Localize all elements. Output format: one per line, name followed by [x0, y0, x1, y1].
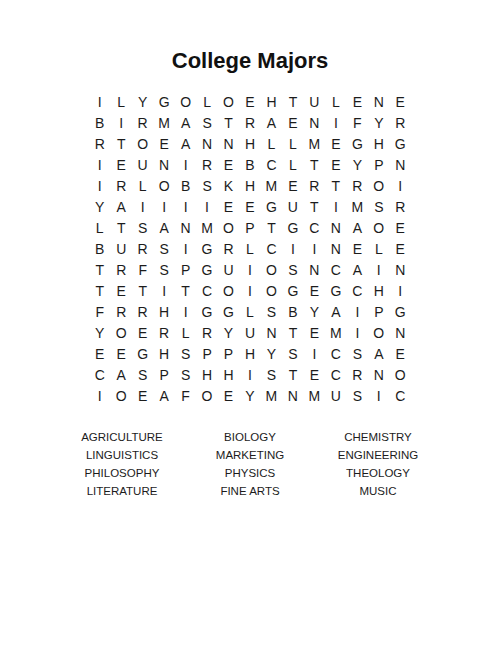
- grid-cell-r3c7[interactable]: N: [218, 134, 239, 155]
- page-title: College Majors: [0, 48, 500, 74]
- grid-cell-r6c9[interactable]: G: [261, 197, 282, 218]
- grid-cell-r12c3[interactable]: E: [132, 323, 153, 344]
- grid-cell-r7c7[interactable]: O: [218, 218, 239, 239]
- grid-cell-r9c14[interactable]: I: [368, 260, 389, 281]
- grid-cell-r5c10[interactable]: E: [282, 176, 303, 197]
- grid-cell-r5c6[interactable]: S: [196, 176, 217, 197]
- grid-cell-r13c8[interactable]: H: [239, 344, 260, 365]
- grid-cell-r11c9[interactable]: S: [261, 302, 282, 323]
- grid-cell-r4c11[interactable]: T: [304, 155, 325, 176]
- grid-cell-r4c14[interactable]: P: [368, 155, 389, 176]
- grid-cell-r1c8[interactable]: E: [239, 92, 260, 113]
- grid-cell-r14c12[interactable]: C: [325, 365, 346, 386]
- grid-cell-r1c14[interactable]: N: [368, 92, 389, 113]
- grid-cell-r10c9[interactable]: O: [261, 281, 282, 302]
- grid-cell-r13c3[interactable]: G: [132, 344, 153, 365]
- grid-cell-r10c6[interactable]: C: [196, 281, 217, 302]
- grid-cell-r13c13[interactable]: S: [347, 344, 368, 365]
- word-search-grid: ILYGOLOEHTULENEBIRMASTRAENIFYRRTOEANNHLL…: [89, 92, 411, 407]
- grid-cell-r5c13[interactable]: R: [347, 176, 368, 197]
- grid-cell-r4c5[interactable]: I: [175, 155, 196, 176]
- grid-cell-r15c10[interactable]: N: [282, 386, 303, 407]
- grid-cell-r3c3[interactable]: O: [132, 134, 153, 155]
- grid-cell-r8c8[interactable]: L: [239, 239, 260, 260]
- grid-cell-r9c12[interactable]: C: [325, 260, 346, 281]
- grid-cell-r12c13[interactable]: I: [347, 323, 368, 344]
- grid-cell-r2c12[interactable]: I: [325, 113, 346, 134]
- grid-cell-r7c13[interactable]: A: [347, 218, 368, 239]
- grid-cell-r11c5[interactable]: I: [175, 302, 196, 323]
- grid-cell-r6c14[interactable]: S: [368, 197, 389, 218]
- grid-cell-r10c14[interactable]: H: [368, 281, 389, 302]
- grid-cell-r12c2[interactable]: O: [110, 323, 131, 344]
- grid-cell-r7c3[interactable]: S: [132, 218, 153, 239]
- grid-cell-r5c1[interactable]: I: [89, 176, 110, 197]
- word-list-item: FINE ARTS: [186, 482, 314, 500]
- grid-cell-r6c5[interactable]: I: [175, 197, 196, 218]
- word-list-item: AGRICULTURE: [58, 428, 186, 446]
- grid-cell-r15c2[interactable]: O: [110, 386, 131, 407]
- grid-cell-r12c1[interactable]: Y: [89, 323, 110, 344]
- grid-cell-r10c13[interactable]: C: [347, 281, 368, 302]
- grid-cell-r11c10[interactable]: B: [282, 302, 303, 323]
- grid-cell-r1c3[interactable]: Y: [132, 92, 153, 113]
- grid-cell-r2c13[interactable]: F: [347, 113, 368, 134]
- grid-cell-r10c8[interactable]: I: [239, 281, 260, 302]
- grid-cell-r4c9[interactable]: C: [261, 155, 282, 176]
- grid-cell-r14c4[interactable]: P: [153, 365, 174, 386]
- grid-cell-r2c14[interactable]: Y: [368, 113, 389, 134]
- grid-cell-r9c9[interactable]: O: [261, 260, 282, 281]
- grid-cell-r12c7[interactable]: Y: [218, 323, 239, 344]
- grid-cell-r14c7[interactable]: H: [218, 365, 239, 386]
- grid-cell-r15c4[interactable]: A: [153, 386, 174, 407]
- grid-cell-r7c10[interactable]: G: [282, 218, 303, 239]
- grid-cell-r11c14[interactable]: P: [368, 302, 389, 323]
- grid-cell-r14c14[interactable]: N: [368, 365, 389, 386]
- grid-cell-r15c1[interactable]: I: [89, 386, 110, 407]
- grid-cell-r8c9[interactable]: C: [261, 239, 282, 260]
- grid-cell-r8c3[interactable]: R: [132, 239, 153, 260]
- grid-cell-r7c9[interactable]: T: [261, 218, 282, 239]
- grid-cell-r2c4[interactable]: M: [153, 113, 174, 134]
- grid-cell-r9c1[interactable]: T: [89, 260, 110, 281]
- grid-cell-r9c4[interactable]: S: [153, 260, 174, 281]
- grid-cell-r6c4[interactable]: I: [153, 197, 174, 218]
- grid-cell-r12c11[interactable]: E: [304, 323, 325, 344]
- grid-cell-r4c13[interactable]: Y: [347, 155, 368, 176]
- grid-cell-r13c4[interactable]: H: [153, 344, 174, 365]
- grid-cell-r2c7[interactable]: T: [218, 113, 239, 134]
- grid-cell-r8c4[interactable]: S: [153, 239, 174, 260]
- grid-cell-r14c11[interactable]: E: [304, 365, 325, 386]
- grid-cell-r8c7[interactable]: R: [218, 239, 239, 260]
- grid-cell-r8c14[interactable]: L: [368, 239, 389, 260]
- grid-cell-r9c8[interactable]: I: [239, 260, 260, 281]
- grid-cell-r7c11[interactable]: C: [304, 218, 325, 239]
- grid-cell-r2c5[interactable]: A: [175, 113, 196, 134]
- grid-cell-r2c11[interactable]: N: [304, 113, 325, 134]
- grid-cell-r9c7[interactable]: U: [218, 260, 239, 281]
- grid-cell-r2c8[interactable]: R: [239, 113, 260, 134]
- grid-cell-r2c10[interactable]: E: [282, 113, 303, 134]
- grid-cell-r10c5[interactable]: T: [175, 281, 196, 302]
- grid-cell-r8c2[interactable]: U: [110, 239, 131, 260]
- grid-cell-r13c6[interactable]: P: [196, 344, 217, 365]
- grid-cell-r4c2[interactable]: E: [110, 155, 131, 176]
- grid-cell-r8c11[interactable]: I: [304, 239, 325, 260]
- grid-cell-r6c7[interactable]: E: [218, 197, 239, 218]
- grid-cell-r9c13[interactable]: A: [347, 260, 368, 281]
- grid-cell-r13c2[interactable]: E: [110, 344, 131, 365]
- grid-cell-r13c11[interactable]: I: [304, 344, 325, 365]
- grid-cell-r3c14[interactable]: H: [368, 134, 389, 155]
- grid-cell-r12c8[interactable]: U: [239, 323, 260, 344]
- grid-cell-r7c8[interactable]: P: [239, 218, 260, 239]
- grid-cell-r6c13[interactable]: M: [347, 197, 368, 218]
- grid-cell-r1c4[interactable]: G: [153, 92, 174, 113]
- grid-cell-r13c14[interactable]: A: [368, 344, 389, 365]
- grid-cell-r3c12[interactable]: E: [325, 134, 346, 155]
- grid-cell-r4c15[interactable]: N: [390, 155, 411, 176]
- grid-cell-r3c13[interactable]: G: [347, 134, 368, 155]
- grid-cell-r1c9[interactable]: H: [261, 92, 282, 113]
- grid-cell-r15c6[interactable]: O: [196, 386, 217, 407]
- grid-cell-r4c12[interactable]: E: [325, 155, 346, 176]
- grid-cell-r9c3[interactable]: F: [132, 260, 153, 281]
- grid-cell-r15c12[interactable]: U: [325, 386, 346, 407]
- grid-cell-r13c5[interactable]: S: [175, 344, 196, 365]
- grid-cell-r6c8[interactable]: E: [239, 197, 260, 218]
- grid-cell-r8c6[interactable]: G: [196, 239, 217, 260]
- grid-cell-r12c12[interactable]: M: [325, 323, 346, 344]
- grid-cell-r11c1[interactable]: F: [89, 302, 110, 323]
- grid-cell-r2c2[interactable]: I: [110, 113, 131, 134]
- grid-cell-r3c1[interactable]: R: [89, 134, 110, 155]
- grid-cell-r14c2[interactable]: A: [110, 365, 131, 386]
- grid-cell-r8c12[interactable]: N: [325, 239, 346, 260]
- grid-cell-r12c5[interactable]: L: [175, 323, 196, 344]
- grid-cell-r6c1[interactable]: Y: [89, 197, 110, 218]
- grid-cell-r12c6[interactable]: R: [196, 323, 217, 344]
- grid-cell-r12c14[interactable]: O: [368, 323, 389, 344]
- grid-cell-r14c9[interactable]: S: [261, 365, 282, 386]
- grid-cell-r10c15[interactable]: I: [390, 281, 411, 302]
- word-list: AGRICULTUREBIOLOGYCHEMISTRYLINGUISTICSMA…: [58, 428, 442, 500]
- grid-cell-r3c10[interactable]: L: [282, 134, 303, 155]
- grid-cell-r5c3[interactable]: L: [132, 176, 153, 197]
- grid-cell-r3c15[interactable]: G: [390, 134, 411, 155]
- grid-cell-r8c1[interactable]: B: [89, 239, 110, 260]
- grid-cell-r5c4[interactable]: O: [153, 176, 174, 197]
- grid-cell-r1c11[interactable]: U: [304, 92, 325, 113]
- grid-cell-r8c13[interactable]: E: [347, 239, 368, 260]
- grid-cell-r9c2[interactable]: R: [110, 260, 131, 281]
- grid-cell-r3c2[interactable]: T: [110, 134, 131, 155]
- grid-cell-r10c7[interactable]: O: [218, 281, 239, 302]
- grid-cell-r14c13[interactable]: R: [347, 365, 368, 386]
- grid-cell-r1c13[interactable]: E: [347, 92, 368, 113]
- grid-cell-r12c15[interactable]: N: [390, 323, 411, 344]
- grid-cell-r5c7[interactable]: K: [218, 176, 239, 197]
- grid-cell-r1c10[interactable]: T: [282, 92, 303, 113]
- grid-cell-r3c9[interactable]: L: [261, 134, 282, 155]
- grid-cell-r4c7[interactable]: E: [218, 155, 239, 176]
- grid-cell-r12c10[interactable]: T: [282, 323, 303, 344]
- word-list-item: MARKETING: [186, 446, 314, 464]
- grid-cell-r7c1[interactable]: L: [89, 218, 110, 239]
- grid-cell-r12c9[interactable]: N: [261, 323, 282, 344]
- grid-cell-r11c13[interactable]: I: [347, 302, 368, 323]
- grid-cell-r14c10[interactable]: T: [282, 365, 303, 386]
- grid-cell-r4c10[interactable]: L: [282, 155, 303, 176]
- grid-cell-r6c3[interactable]: I: [132, 197, 153, 218]
- grid-cell-r7c4[interactable]: A: [153, 218, 174, 239]
- grid-cell-r2c15[interactable]: R: [390, 113, 411, 134]
- grid-cell-r7c6[interactable]: M: [196, 218, 217, 239]
- grid-cell-r14c3[interactable]: S: [132, 365, 153, 386]
- grid-cell-r10c3[interactable]: T: [132, 281, 153, 302]
- grid-cell-r5c9[interactable]: M: [261, 176, 282, 197]
- grid-cell-r15c14[interactable]: I: [368, 386, 389, 407]
- grid-cell-r2c3[interactable]: R: [132, 113, 153, 134]
- grid-cell-r14c8[interactable]: I: [239, 365, 260, 386]
- grid-cell-r11c15[interactable]: G: [390, 302, 411, 323]
- grid-cell-r9c10[interactable]: S: [282, 260, 303, 281]
- grid-cell-r11c2[interactable]: R: [110, 302, 131, 323]
- grid-cell-r15c7[interactable]: E: [218, 386, 239, 407]
- grid-cell-r11c8[interactable]: L: [239, 302, 260, 323]
- word-search-worksheet: College Majors ILYGOLOEHTULENEBIRMASTRAE…: [0, 0, 500, 647]
- word-list-item: LINGUISTICS: [58, 446, 186, 464]
- grid-cell-r10c2[interactable]: E: [110, 281, 131, 302]
- grid-cell-r3c4[interactable]: E: [153, 134, 174, 155]
- grid-cell-r13c10[interactable]: S: [282, 344, 303, 365]
- grid-cell-r6c6[interactable]: I: [196, 197, 217, 218]
- grid-cell-r4c3[interactable]: U: [132, 155, 153, 176]
- grid-cell-r7c12[interactable]: N: [325, 218, 346, 239]
- grid-cell-r9c15[interactable]: N: [390, 260, 411, 281]
- grid-cell-r6c15[interactable]: R: [390, 197, 411, 218]
- grid-cell-r15c15[interactable]: C: [390, 386, 411, 407]
- grid-cell-r11c4[interactable]: H: [153, 302, 174, 323]
- grid-cell-r11c6[interactable]: G: [196, 302, 217, 323]
- word-list-item: BIOLOGY: [186, 428, 314, 446]
- word-list-item: MUSIC: [314, 482, 442, 500]
- word-list-item: THEOLOGY: [314, 464, 442, 482]
- grid-cell-r4c6[interactable]: R: [196, 155, 217, 176]
- grid-cell-r6c2[interactable]: A: [110, 197, 131, 218]
- grid-cell-r14c5[interactable]: S: [175, 365, 196, 386]
- grid-cell-r9c5[interactable]: P: [175, 260, 196, 281]
- grid-cell-r15c8[interactable]: Y: [239, 386, 260, 407]
- grid-cell-r13c12[interactable]: C: [325, 344, 346, 365]
- grid-cell-r1c5[interactable]: O: [175, 92, 196, 113]
- grid-cell-r8c5[interactable]: I: [175, 239, 196, 260]
- grid-cell-r11c3[interactable]: R: [132, 302, 153, 323]
- grid-cell-r10c4[interactable]: I: [153, 281, 174, 302]
- grid-cell-r11c12[interactable]: A: [325, 302, 346, 323]
- grid-cell-r6c10[interactable]: U: [282, 197, 303, 218]
- grid-cell-r5c2[interactable]: R: [110, 176, 131, 197]
- grid-cell-r9c6[interactable]: G: [196, 260, 217, 281]
- grid-cell-r13c15[interactable]: E: [390, 344, 411, 365]
- grid-cell-r5c14[interactable]: O: [368, 176, 389, 197]
- grid-cell-r1c7[interactable]: O: [218, 92, 239, 113]
- grid-cell-r5c11[interactable]: R: [304, 176, 325, 197]
- grid-cell-r15c5[interactable]: F: [175, 386, 196, 407]
- grid-cell-r5c8[interactable]: H: [239, 176, 260, 197]
- grid-cell-r11c7[interactable]: G: [218, 302, 239, 323]
- grid-cell-r1c6[interactable]: L: [196, 92, 217, 113]
- word-list-item: CHEMISTRY: [314, 428, 442, 446]
- grid-cell-r3c11[interactable]: M: [304, 134, 325, 155]
- grid-cell-r5c5[interactable]: B: [175, 176, 196, 197]
- grid-cell-r4c4[interactable]: N: [153, 155, 174, 176]
- grid-cell-r14c1[interactable]: C: [89, 365, 110, 386]
- grid-cell-r10c12[interactable]: G: [325, 281, 346, 302]
- grid-cell-r1c15[interactable]: E: [390, 92, 411, 113]
- grid-cell-r7c2[interactable]: T: [110, 218, 131, 239]
- grid-cell-r7c14[interactable]: O: [368, 218, 389, 239]
- grid-cell-r10c10[interactable]: G: [282, 281, 303, 302]
- grid-cell-r13c7[interactable]: P: [218, 344, 239, 365]
- grid-cell-r14c6[interactable]: H: [196, 365, 217, 386]
- grid-cell-r6c12[interactable]: I: [325, 197, 346, 218]
- grid-cell-r2c1[interactable]: B: [89, 113, 110, 134]
- grid-cell-r10c1[interactable]: T: [89, 281, 110, 302]
- word-list-item: ENGINEERING: [314, 446, 442, 464]
- grid-cell-r12c4[interactable]: R: [153, 323, 174, 344]
- grid-cell-r4c1[interactable]: I: [89, 155, 110, 176]
- grid-cell-r2c9[interactable]: A: [261, 113, 282, 134]
- word-list-item: PHILOSOPHY: [58, 464, 186, 482]
- grid-cell-r15c11[interactable]: M: [304, 386, 325, 407]
- grid-cell-r5c15[interactable]: I: [390, 176, 411, 197]
- grid-cell-r7c15[interactable]: E: [390, 218, 411, 239]
- grid-cell-r7c5[interactable]: N: [175, 218, 196, 239]
- grid-cell-r10c11[interactable]: E: [304, 281, 325, 302]
- grid-cell-r15c9[interactable]: M: [261, 386, 282, 407]
- grid-cell-r1c2[interactable]: L: [110, 92, 131, 113]
- word-list-item: LITERATURE: [58, 482, 186, 500]
- grid-cell-r4c8[interactable]: B: [239, 155, 260, 176]
- grid-cell-r8c10[interactable]: I: [282, 239, 303, 260]
- grid-cell-r8c15[interactable]: E: [390, 239, 411, 260]
- word-list-item: PHYSICS: [186, 464, 314, 482]
- grid-cell-r3c6[interactable]: N: [196, 134, 217, 155]
- grid-cell-r1c12[interactable]: L: [325, 92, 346, 113]
- grid-cell-r15c13[interactable]: S: [347, 386, 368, 407]
- grid-cell-r2c6[interactable]: S: [196, 113, 217, 134]
- grid-cell-r9c11[interactable]: N: [304, 260, 325, 281]
- grid-cell-r5c12[interactable]: T: [325, 176, 346, 197]
- grid-cell-r1c1[interactable]: I: [89, 92, 110, 113]
- grid-cell-r15c3[interactable]: E: [132, 386, 153, 407]
- grid-cell-r14c15[interactable]: O: [390, 365, 411, 386]
- grid-cell-r11c11[interactable]: Y: [304, 302, 325, 323]
- grid-cell-r13c1[interactable]: E: [89, 344, 110, 365]
- grid-cell-r6c11[interactable]: T: [304, 197, 325, 218]
- grid-cell-r3c5[interactable]: A: [175, 134, 196, 155]
- grid-cell-r3c8[interactable]: H: [239, 134, 260, 155]
- grid-cell-r13c9[interactable]: Y: [261, 344, 282, 365]
